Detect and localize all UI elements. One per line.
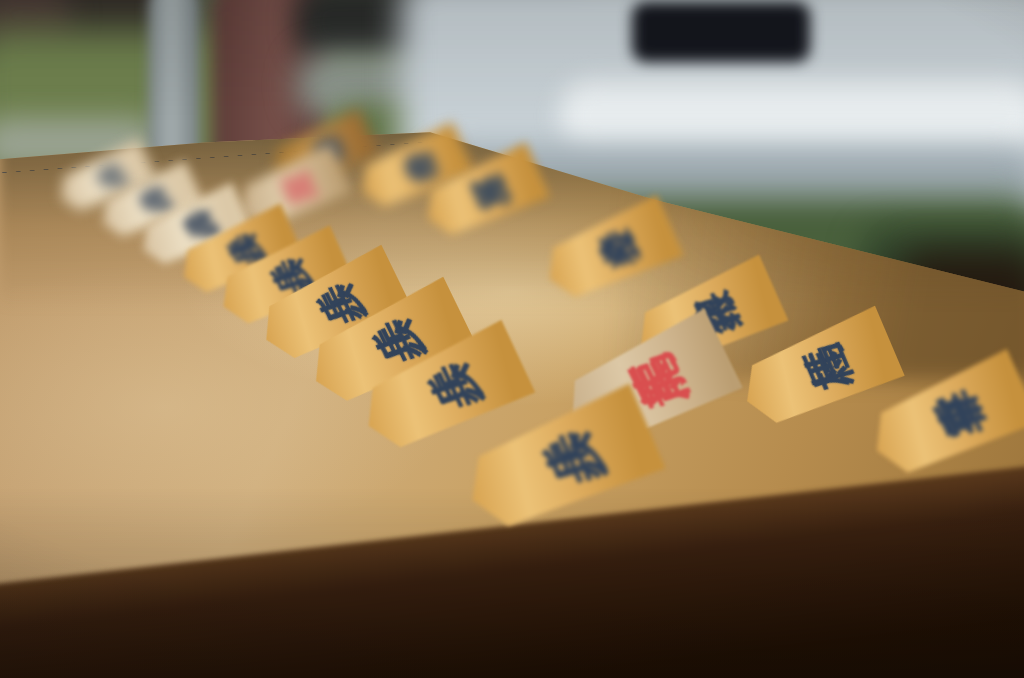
piece-kanji: 兵 <box>536 426 608 490</box>
piece-kanji: 車 <box>929 386 992 442</box>
piece-kanji: 将 <box>467 169 515 211</box>
piece-kanji: 将 <box>592 225 644 271</box>
vehicle-window-slot <box>632 2 810 62</box>
piece-kanji: 王 <box>278 168 320 205</box>
shogi-photo-scene: 歩兵歩兵歩兵歩兵歩兵歩兵歩兵歩兵歩兵香車桂馬銀将金将玉将金将銀将龍王龍馬 <box>0 0 1024 678</box>
piece-kanji: 馬 <box>798 340 858 393</box>
vehicle-highlight-blur <box>560 80 1024 152</box>
piece-kanji: 兵 <box>422 358 486 414</box>
piece-kanji: 将 <box>398 147 442 186</box>
